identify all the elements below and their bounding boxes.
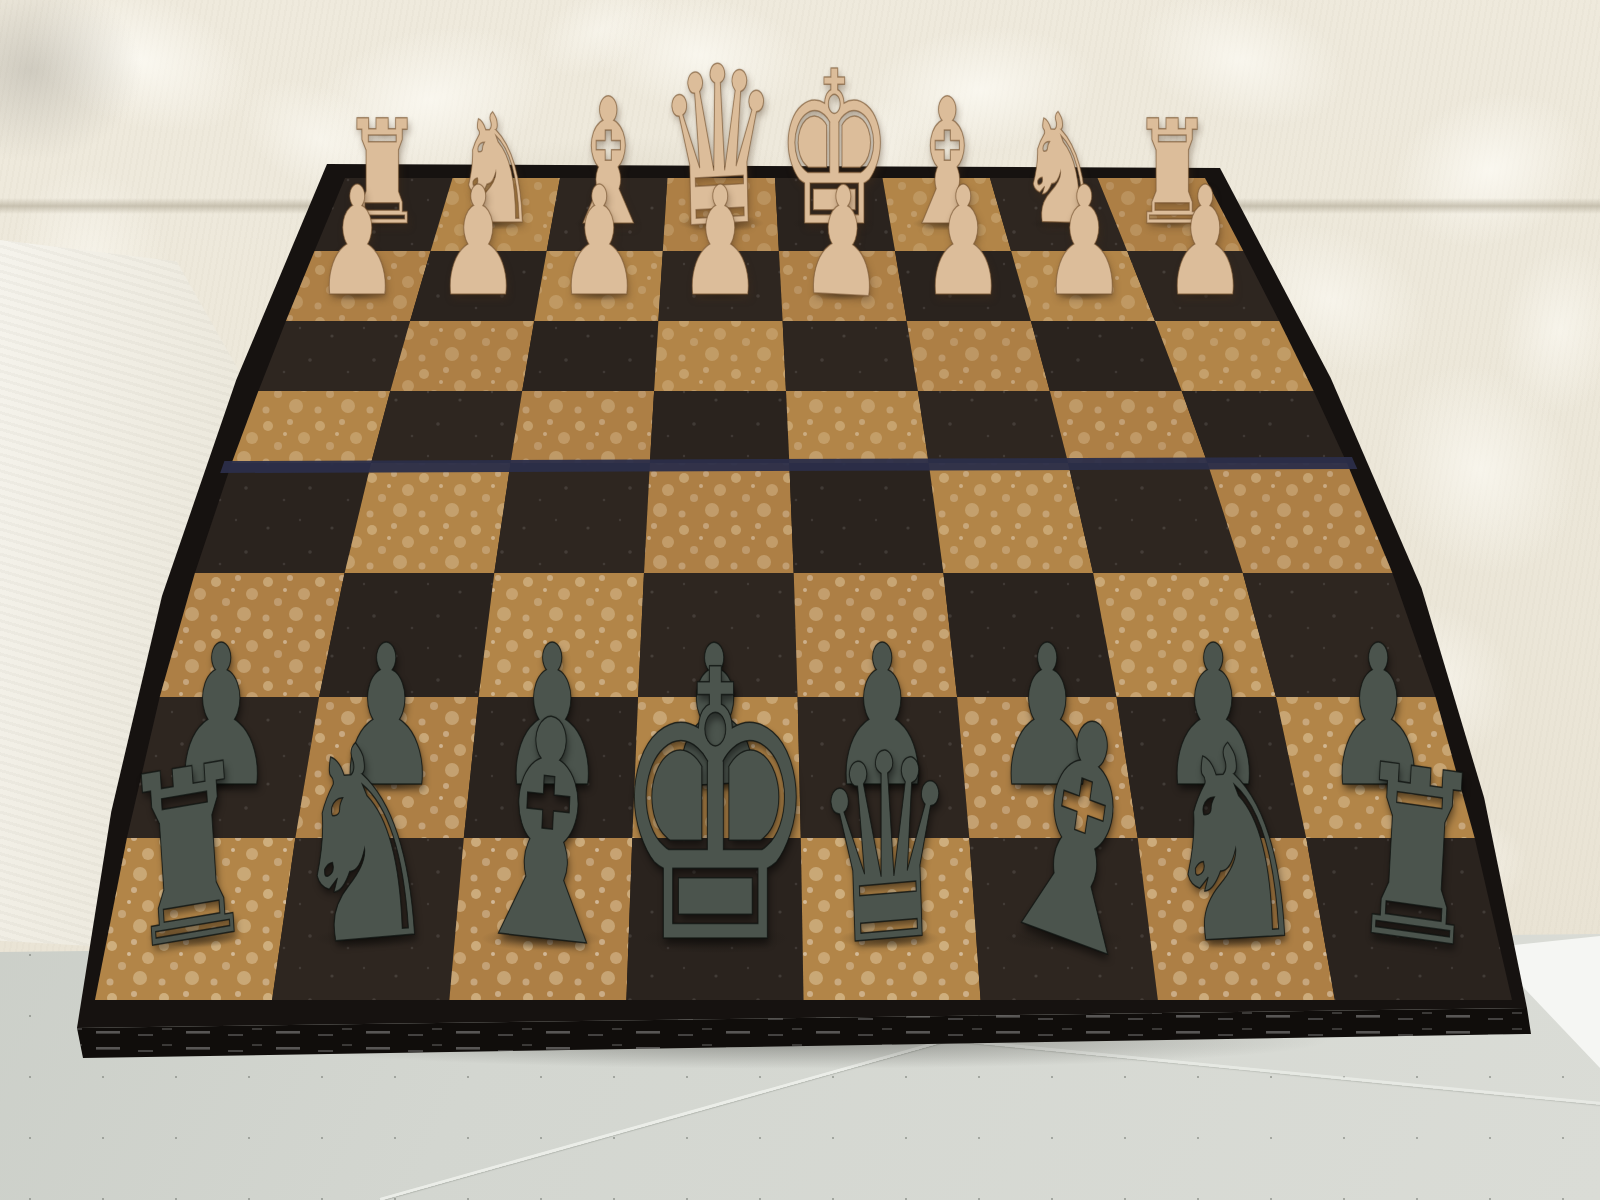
- piece-black-rook[interactable]: ♜: [108, 728, 269, 987]
- piece-black-rook[interactable]: ♜: [1337, 730, 1495, 985]
- square-texture: [918, 391, 1068, 463]
- square-texture: [786, 391, 929, 463]
- square-texture: [345, 463, 511, 573]
- square-texture: [789, 463, 943, 573]
- piece-black-knight[interactable]: ♞: [277, 705, 452, 987]
- piece-white-pawn[interactable]: ♟: [795, 164, 892, 320]
- square-texture: [907, 321, 1050, 391]
- square-texture: [522, 321, 658, 391]
- square-texture: [654, 321, 786, 391]
- square-texture: [371, 391, 522, 463]
- square-texture: [390, 321, 534, 391]
- piece-white-pawn[interactable]: ♟: [432, 167, 525, 318]
- piece-white-pawn[interactable]: ♟: [311, 167, 404, 318]
- square-texture: [929, 463, 1093, 573]
- square-texture: [232, 391, 391, 463]
- square-texture: [783, 321, 918, 391]
- piece-white-pawn[interactable]: ♟: [916, 167, 1009, 318]
- square-texture: [1050, 391, 1208, 463]
- square-texture: [494, 463, 650, 573]
- scene: ♜♞♝♚♛♝♞♜♟♟♟♟♟♟♟♟♟♟♟♟♟♟♟♟♜♞♝♛♚♝♞♜: [0, 0, 1600, 1200]
- square-texture: [644, 463, 794, 573]
- square-texture: [650, 391, 789, 463]
- piece-white-pawn[interactable]: ♟: [553, 167, 646, 318]
- square-texture: [511, 391, 655, 463]
- piece-black-bishop[interactable]: ♝: [446, 671, 647, 996]
- piece-white-pawn[interactable]: ♟: [674, 167, 767, 318]
- piece-white-pawn[interactable]: ♟: [1158, 167, 1251, 318]
- piece-white-pawn[interactable]: ♟: [1037, 167, 1130, 318]
